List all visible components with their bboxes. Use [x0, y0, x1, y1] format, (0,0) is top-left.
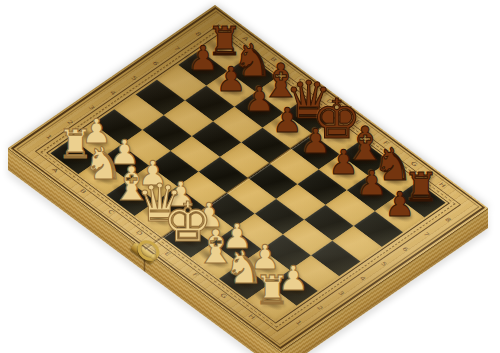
chess-board: AABBCCDDEEFFGGHH8877665544332211 ♜♞♝♛♚♝♞…	[8, 5, 488, 351]
piece-glyph: ♟	[244, 82, 274, 116]
brass-clasp	[128, 240, 162, 266]
clasp-knob	[151, 254, 157, 260]
piece-glyph: ♟	[188, 40, 218, 74]
piece-glyph: ♟	[272, 103, 302, 137]
pieces-layer: ♜♞♝♛♚♝♞♜♟♟♟♟♟♟♟♟♜♞♝♛♚♝♞♜♟♟♟♟♟♟♟♟	[50, 36, 445, 321]
piece-glyph: ♟	[384, 186, 414, 220]
piece-glyph: ♟	[300, 124, 330, 158]
piece-glyph: ♜	[254, 270, 290, 310]
clasp-loop	[134, 236, 164, 265]
piece-glyph: ♟	[328, 145, 358, 179]
product-photo-scene: AABBCCDDEEFFGGHH8877665544332211 ♜♞♝♛♚♝♞…	[0, 0, 500, 353]
piece-glyph: ♟	[216, 61, 246, 95]
piece-glyph: ♟	[356, 166, 386, 200]
